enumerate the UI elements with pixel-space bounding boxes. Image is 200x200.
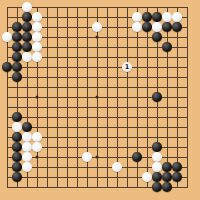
board-intersection[interactable] bbox=[12, 32, 22, 42]
board-intersection[interactable] bbox=[122, 72, 132, 82]
board-intersection[interactable] bbox=[122, 42, 132, 52]
board-intersection[interactable] bbox=[142, 22, 152, 32]
board-intersection[interactable] bbox=[2, 102, 12, 112]
board-intersection[interactable] bbox=[12, 92, 22, 102]
board-intersection[interactable] bbox=[62, 2, 72, 12]
board-intersection[interactable] bbox=[42, 122, 52, 132]
board-intersection[interactable] bbox=[132, 22, 142, 32]
board-intersection[interactable] bbox=[52, 122, 62, 132]
board-intersection[interactable] bbox=[22, 42, 32, 52]
board-intersection[interactable] bbox=[82, 92, 92, 102]
board-intersection[interactable] bbox=[152, 122, 162, 132]
board-intersection[interactable] bbox=[122, 22, 132, 32]
board-intersection[interactable] bbox=[172, 152, 182, 162]
board-intersection[interactable] bbox=[112, 2, 122, 12]
board-intersection[interactable] bbox=[2, 142, 12, 152]
board-intersection[interactable] bbox=[102, 92, 112, 102]
board-intersection[interactable] bbox=[12, 42, 22, 52]
board-intersection[interactable] bbox=[112, 42, 122, 52]
board-intersection[interactable] bbox=[102, 82, 112, 92]
board-intersection[interactable] bbox=[22, 132, 32, 142]
board-intersection[interactable] bbox=[82, 132, 92, 142]
board-intersection[interactable] bbox=[142, 132, 152, 142]
board-intersection[interactable] bbox=[132, 102, 142, 112]
board-intersection[interactable] bbox=[2, 12, 12, 22]
board-intersection[interactable] bbox=[12, 182, 22, 192]
board-intersection[interactable] bbox=[172, 122, 182, 132]
board-intersection[interactable] bbox=[52, 62, 62, 72]
board-intersection[interactable] bbox=[162, 12, 172, 22]
board-intersection[interactable] bbox=[72, 62, 82, 72]
board-intersection[interactable] bbox=[172, 132, 182, 142]
board-intersection[interactable] bbox=[22, 162, 32, 172]
board-intersection[interactable] bbox=[102, 42, 112, 52]
board-intersection[interactable] bbox=[122, 122, 132, 132]
board-intersection[interactable] bbox=[182, 92, 192, 102]
board-intersection[interactable] bbox=[42, 172, 52, 182]
board-intersection[interactable] bbox=[142, 12, 152, 22]
board-intersection[interactable] bbox=[122, 172, 132, 182]
board-intersection[interactable] bbox=[42, 112, 52, 122]
board-intersection[interactable] bbox=[112, 72, 122, 82]
board-intersection[interactable] bbox=[132, 82, 142, 92]
board-intersection[interactable] bbox=[2, 92, 12, 102]
board-intersection[interactable] bbox=[152, 162, 162, 172]
board-intersection[interactable] bbox=[122, 152, 132, 162]
board-intersection[interactable] bbox=[12, 122, 22, 132]
board-intersection[interactable] bbox=[112, 152, 122, 162]
board-intersection[interactable] bbox=[162, 182, 172, 192]
board-intersection[interactable] bbox=[182, 52, 192, 62]
board-intersection[interactable] bbox=[122, 82, 132, 92]
board-intersection[interactable] bbox=[152, 142, 162, 152]
board-intersection[interactable] bbox=[72, 102, 82, 112]
board-intersection[interactable] bbox=[102, 12, 112, 22]
board-intersection[interactable] bbox=[42, 142, 52, 152]
board-intersection[interactable] bbox=[122, 142, 132, 152]
board-intersection[interactable] bbox=[12, 102, 22, 112]
board-intersection[interactable] bbox=[32, 52, 42, 62]
board-intersection[interactable] bbox=[82, 42, 92, 52]
board-intersection[interactable] bbox=[152, 172, 162, 182]
board-intersection[interactable] bbox=[92, 12, 102, 22]
board-intersection[interactable] bbox=[152, 32, 162, 42]
board-intersection[interactable] bbox=[52, 102, 62, 112]
board-intersection[interactable] bbox=[122, 182, 132, 192]
board-intersection[interactable] bbox=[132, 12, 142, 22]
board-intersection[interactable] bbox=[42, 132, 52, 142]
board-intersection[interactable] bbox=[2, 82, 12, 92]
board-intersection[interactable] bbox=[72, 32, 82, 42]
board-intersection[interactable] bbox=[22, 2, 32, 12]
board-intersection[interactable] bbox=[112, 22, 122, 32]
board-intersection[interactable] bbox=[92, 62, 102, 72]
board-intersection[interactable] bbox=[182, 22, 192, 32]
board-intersection[interactable] bbox=[2, 52, 12, 62]
board-intersection[interactable] bbox=[12, 162, 22, 172]
board-intersection[interactable] bbox=[32, 132, 42, 142]
board-intersection[interactable] bbox=[152, 152, 162, 162]
board-intersection[interactable] bbox=[102, 112, 112, 122]
board-intersection[interactable] bbox=[112, 32, 122, 42]
board-intersection[interactable] bbox=[92, 82, 102, 92]
board-intersection[interactable] bbox=[42, 62, 52, 72]
board-intersection[interactable] bbox=[142, 82, 152, 92]
board-intersection[interactable] bbox=[162, 122, 172, 132]
board-intersection[interactable] bbox=[22, 72, 32, 82]
board-intersection[interactable] bbox=[162, 142, 172, 152]
board-intersection[interactable] bbox=[52, 132, 62, 142]
board-intersection[interactable] bbox=[62, 182, 72, 192]
board-intersection[interactable] bbox=[32, 162, 42, 172]
board-intersection[interactable] bbox=[22, 62, 32, 72]
board-intersection[interactable] bbox=[102, 22, 112, 32]
board-intersection[interactable] bbox=[32, 42, 42, 52]
board-intersection[interactable] bbox=[172, 2, 182, 12]
board-intersection[interactable] bbox=[112, 122, 122, 132]
board-intersection[interactable] bbox=[112, 12, 122, 22]
board-intersection[interactable] bbox=[172, 162, 182, 172]
board-intersection[interactable] bbox=[122, 102, 132, 112]
board-intersection[interactable] bbox=[72, 112, 82, 122]
board-intersection[interactable] bbox=[92, 42, 102, 52]
board-intersection[interactable] bbox=[12, 2, 22, 12]
board-intersection[interactable] bbox=[52, 32, 62, 42]
board-intersection[interactable] bbox=[32, 92, 42, 102]
board-intersection[interactable] bbox=[172, 142, 182, 152]
board-intersection[interactable] bbox=[182, 62, 192, 72]
board-intersection[interactable] bbox=[12, 142, 22, 152]
board-intersection[interactable] bbox=[162, 82, 172, 92]
board-intersection[interactable] bbox=[172, 182, 182, 192]
board-intersection[interactable] bbox=[22, 152, 32, 162]
board-intersection[interactable] bbox=[82, 172, 92, 182]
board-intersection[interactable] bbox=[62, 172, 72, 182]
board-intersection[interactable] bbox=[72, 162, 82, 172]
board-intersection[interactable] bbox=[122, 12, 132, 22]
board-intersection[interactable] bbox=[152, 52, 162, 62]
board-intersection[interactable] bbox=[52, 42, 62, 52]
board-intersection[interactable] bbox=[132, 182, 142, 192]
board-intersection[interactable] bbox=[102, 142, 112, 152]
board-intersection[interactable] bbox=[22, 112, 32, 122]
board-intersection[interactable] bbox=[92, 162, 102, 172]
board-intersection[interactable] bbox=[102, 52, 112, 62]
board-intersection[interactable] bbox=[92, 182, 102, 192]
board-intersection[interactable] bbox=[82, 72, 92, 82]
board-intersection[interactable] bbox=[122, 52, 132, 62]
board-intersection[interactable] bbox=[2, 72, 12, 82]
board-intersection[interactable] bbox=[122, 92, 132, 102]
board-intersection[interactable] bbox=[22, 32, 32, 42]
board-intersection[interactable] bbox=[172, 102, 182, 112]
board-intersection[interactable] bbox=[12, 132, 22, 142]
board-intersection[interactable] bbox=[132, 62, 142, 72]
board-intersection[interactable] bbox=[72, 52, 82, 62]
board-intersection[interactable] bbox=[172, 82, 182, 92]
board-intersection[interactable] bbox=[172, 42, 182, 52]
board-intersection[interactable] bbox=[72, 122, 82, 132]
board-intersection[interactable] bbox=[112, 132, 122, 142]
board-intersection[interactable] bbox=[32, 12, 42, 22]
board-intersection[interactable] bbox=[32, 82, 42, 92]
board-intersection[interactable] bbox=[32, 102, 42, 112]
board-intersection[interactable] bbox=[72, 2, 82, 12]
board-intersection[interactable] bbox=[172, 22, 182, 32]
board-intersection[interactable] bbox=[52, 92, 62, 102]
board-intersection[interactable] bbox=[162, 102, 172, 112]
board-intersection[interactable] bbox=[2, 42, 12, 52]
board-intersection[interactable] bbox=[22, 52, 32, 62]
board-intersection[interactable] bbox=[82, 152, 92, 162]
board-intersection[interactable]: 1 bbox=[122, 62, 132, 72]
board-intersection[interactable] bbox=[42, 12, 52, 22]
board-intersection[interactable] bbox=[52, 12, 62, 22]
board-intersection[interactable] bbox=[62, 62, 72, 72]
board-intersection[interactable] bbox=[92, 22, 102, 32]
board-intersection[interactable] bbox=[12, 172, 22, 182]
board-intersection[interactable] bbox=[162, 2, 172, 12]
board-intersection[interactable] bbox=[22, 92, 32, 102]
board-intersection[interactable] bbox=[112, 52, 122, 62]
board-intersection[interactable] bbox=[142, 92, 152, 102]
board-intersection[interactable] bbox=[2, 2, 12, 12]
board-intersection[interactable] bbox=[92, 72, 102, 82]
board-intersection[interactable] bbox=[92, 102, 102, 112]
board-intersection[interactable] bbox=[72, 152, 82, 162]
board-intersection[interactable] bbox=[162, 92, 172, 102]
board-intersection[interactable] bbox=[142, 102, 152, 112]
board-intersection[interactable] bbox=[12, 72, 22, 82]
board-intersection[interactable] bbox=[62, 132, 72, 142]
board-intersection[interactable] bbox=[152, 72, 162, 82]
board-intersection[interactable] bbox=[182, 132, 192, 142]
board-intersection[interactable] bbox=[142, 42, 152, 52]
board-intersection[interactable] bbox=[2, 132, 12, 142]
board-intersection[interactable] bbox=[132, 152, 142, 162]
board-intersection[interactable] bbox=[112, 102, 122, 112]
board-intersection[interactable] bbox=[72, 82, 82, 92]
board-intersection[interactable] bbox=[62, 12, 72, 22]
board-intersection[interactable] bbox=[122, 132, 132, 142]
board-intersection[interactable] bbox=[92, 32, 102, 42]
board-intersection[interactable] bbox=[152, 132, 162, 142]
board-intersection[interactable] bbox=[152, 92, 162, 102]
board-intersection[interactable] bbox=[32, 2, 42, 12]
board-intersection[interactable] bbox=[142, 32, 152, 42]
board-intersection[interactable] bbox=[82, 112, 92, 122]
board-intersection[interactable] bbox=[182, 102, 192, 112]
board-intersection[interactable] bbox=[42, 42, 52, 52]
board-intersection[interactable] bbox=[142, 112, 152, 122]
board-intersection[interactable] bbox=[2, 182, 12, 192]
board-intersection[interactable] bbox=[62, 22, 72, 32]
board-intersection[interactable] bbox=[62, 162, 72, 172]
board-intersection[interactable] bbox=[42, 92, 52, 102]
board-intersection[interactable] bbox=[162, 42, 172, 52]
board-intersection[interactable] bbox=[42, 52, 52, 62]
board-intersection[interactable] bbox=[92, 132, 102, 142]
board-intersection[interactable] bbox=[172, 72, 182, 82]
board-intersection[interactable] bbox=[12, 22, 22, 32]
board-intersection[interactable] bbox=[32, 182, 42, 192]
board-intersection[interactable] bbox=[182, 42, 192, 52]
board-intersection[interactable] bbox=[152, 112, 162, 122]
board-intersection[interactable] bbox=[142, 162, 152, 172]
board-intersection[interactable] bbox=[12, 112, 22, 122]
board-intersection[interactable] bbox=[152, 22, 162, 32]
board-intersection[interactable] bbox=[182, 12, 192, 22]
board-intersection[interactable] bbox=[92, 52, 102, 62]
board-intersection[interactable] bbox=[62, 142, 72, 152]
board-intersection[interactable] bbox=[42, 152, 52, 162]
board-intersection[interactable] bbox=[62, 42, 72, 52]
board-intersection[interactable] bbox=[102, 152, 112, 162]
board-intersection[interactable] bbox=[82, 142, 92, 152]
board-intersection[interactable] bbox=[182, 2, 192, 12]
board-intersection[interactable] bbox=[32, 122, 42, 132]
board-intersection[interactable] bbox=[92, 122, 102, 132]
board-intersection[interactable] bbox=[92, 92, 102, 102]
board-intersection[interactable] bbox=[72, 22, 82, 32]
board-intersection[interactable] bbox=[102, 62, 112, 72]
board-intersection[interactable] bbox=[82, 62, 92, 72]
board-intersection[interactable] bbox=[132, 42, 142, 52]
board-intersection[interactable] bbox=[112, 162, 122, 172]
board-intersection[interactable] bbox=[72, 12, 82, 22]
board-intersection[interactable] bbox=[32, 172, 42, 182]
board-intersection[interactable] bbox=[112, 182, 122, 192]
board-intersection[interactable] bbox=[22, 82, 32, 92]
board-intersection[interactable] bbox=[82, 82, 92, 92]
board-intersection[interactable] bbox=[152, 82, 162, 92]
board-intersection[interactable] bbox=[172, 112, 182, 122]
board-intersection[interactable] bbox=[22, 12, 32, 22]
board-intersection[interactable] bbox=[72, 182, 82, 192]
board-intersection[interactable] bbox=[42, 32, 52, 42]
board-intersection[interactable] bbox=[62, 122, 72, 132]
board-intersection[interactable] bbox=[102, 72, 112, 82]
board-intersection[interactable] bbox=[132, 72, 142, 82]
board-intersection[interactable] bbox=[152, 12, 162, 22]
board-intersection[interactable] bbox=[142, 172, 152, 182]
board-intersection[interactable] bbox=[82, 12, 92, 22]
board-intersection[interactable] bbox=[2, 112, 12, 122]
board-intersection[interactable] bbox=[2, 122, 12, 132]
board-intersection[interactable] bbox=[42, 22, 52, 32]
board-intersection[interactable] bbox=[152, 42, 162, 52]
board-intersection[interactable] bbox=[162, 132, 172, 142]
board-intersection[interactable] bbox=[42, 182, 52, 192]
board-intersection[interactable] bbox=[12, 82, 22, 92]
board-intersection[interactable] bbox=[132, 122, 142, 132]
board-intersection[interactable] bbox=[52, 22, 62, 32]
board-intersection[interactable] bbox=[172, 62, 182, 72]
board-intersection[interactable] bbox=[42, 82, 52, 92]
board-intersection[interactable] bbox=[132, 172, 142, 182]
board-intersection[interactable] bbox=[52, 182, 62, 192]
board-intersection[interactable] bbox=[172, 12, 182, 22]
board-intersection[interactable] bbox=[142, 182, 152, 192]
board-intersection[interactable] bbox=[52, 72, 62, 82]
board-intersection[interactable] bbox=[102, 132, 112, 142]
board-intersection[interactable] bbox=[32, 22, 42, 32]
board-intersection[interactable] bbox=[162, 172, 172, 182]
board-intersection[interactable] bbox=[182, 32, 192, 42]
board-intersection[interactable] bbox=[112, 112, 122, 122]
board-intersection[interactable] bbox=[102, 32, 112, 42]
board-intersection[interactable] bbox=[2, 152, 12, 162]
board-intersection[interactable] bbox=[32, 112, 42, 122]
board-intersection[interactable] bbox=[62, 112, 72, 122]
board-intersection[interactable] bbox=[12, 52, 22, 62]
board-intersection[interactable] bbox=[172, 52, 182, 62]
board-intersection[interactable] bbox=[102, 122, 112, 132]
board-intersection[interactable] bbox=[22, 172, 32, 182]
board-intersection[interactable] bbox=[142, 52, 152, 62]
board-intersection[interactable] bbox=[162, 152, 172, 162]
board-intersection[interactable] bbox=[122, 32, 132, 42]
board-intersection[interactable] bbox=[132, 142, 142, 152]
board-intersection[interactable] bbox=[182, 122, 192, 132]
board-intersection[interactable] bbox=[142, 72, 152, 82]
board-intersection[interactable] bbox=[12, 62, 22, 72]
board-intersection[interactable] bbox=[182, 142, 192, 152]
board-intersection[interactable] bbox=[42, 102, 52, 112]
board-intersection[interactable] bbox=[82, 102, 92, 112]
board-intersection[interactable] bbox=[132, 52, 142, 62]
board-intersection[interactable] bbox=[62, 102, 72, 112]
board-intersection[interactable] bbox=[112, 92, 122, 102]
board-intersection[interactable] bbox=[12, 12, 22, 22]
board-intersection[interactable] bbox=[82, 122, 92, 132]
board-intersection[interactable] bbox=[32, 62, 42, 72]
board-intersection[interactable] bbox=[2, 172, 12, 182]
board-intersection[interactable] bbox=[102, 162, 112, 172]
board-intersection[interactable] bbox=[62, 52, 72, 62]
board-intersection[interactable] bbox=[72, 142, 82, 152]
board-intersection[interactable] bbox=[32, 152, 42, 162]
board-intersection[interactable] bbox=[142, 152, 152, 162]
board-intersection[interactable] bbox=[82, 182, 92, 192]
board-intersection[interactable] bbox=[22, 22, 32, 32]
board-intersection[interactable] bbox=[62, 32, 72, 42]
board-intersection[interactable] bbox=[112, 142, 122, 152]
board-intersection[interactable] bbox=[52, 162, 62, 172]
board-intersection[interactable] bbox=[152, 62, 162, 72]
board-intersection[interactable] bbox=[182, 182, 192, 192]
board-intersection[interactable] bbox=[2, 62, 12, 72]
board-intersection[interactable] bbox=[92, 142, 102, 152]
board-intersection[interactable] bbox=[102, 172, 112, 182]
board-intersection[interactable] bbox=[32, 72, 42, 82]
board-intersection[interactable] bbox=[42, 72, 52, 82]
board-intersection[interactable] bbox=[152, 2, 162, 12]
board-intersection[interactable] bbox=[122, 112, 132, 122]
board-intersection[interactable] bbox=[122, 2, 132, 12]
board-intersection[interactable] bbox=[162, 32, 172, 42]
board-intersection[interactable] bbox=[162, 112, 172, 122]
board-intersection[interactable] bbox=[52, 172, 62, 182]
board-intersection[interactable] bbox=[62, 72, 72, 82]
board-intersection[interactable] bbox=[162, 72, 172, 82]
board-intersection[interactable] bbox=[32, 142, 42, 152]
board-intersection[interactable] bbox=[112, 82, 122, 92]
board-intersection[interactable] bbox=[52, 152, 62, 162]
board-intersection[interactable] bbox=[182, 112, 192, 122]
board-intersection[interactable] bbox=[112, 62, 122, 72]
board-intersection[interactable] bbox=[82, 32, 92, 42]
